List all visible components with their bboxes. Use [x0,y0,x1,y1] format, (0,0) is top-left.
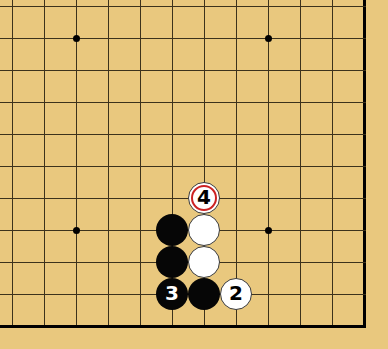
grid-hline [0,198,28,199]
intersection-o8[interactable] [188,86,220,118]
intersection-h2[interactable] [0,278,28,310]
intersection-l2[interactable] [92,278,124,310]
grid-hline [252,70,284,71]
grid-hline [156,198,188,199]
grid-hline [348,230,366,231]
intersection-l3[interactable] [92,246,124,278]
intersection-m1[interactable] [124,310,156,342]
intersection-n3[interactable] [156,246,188,278]
grid-hline [156,102,188,103]
intersection-o10[interactable] [188,22,220,54]
stone-black-n2: 3 [156,278,188,310]
intersection-j1[interactable] [28,310,60,342]
intersection-t8[interactable] [348,86,380,118]
grid-hline [348,262,366,263]
grid-vline [363,0,366,22]
grid-hline [124,262,156,263]
intersection-r4[interactable] [284,214,316,246]
grid-hline [124,230,156,231]
intersection-r10[interactable] [284,22,316,54]
grid-hline [284,166,316,167]
grid-hline [316,38,348,39]
intersection-n10[interactable] [156,22,188,54]
grid-hline [220,230,252,231]
intersection-t1[interactable] [348,310,380,342]
grid-vline [268,0,269,22]
grid-vline [76,0,77,22]
grid-hline [60,70,92,71]
grid-hline [0,294,28,295]
grid-hline [316,134,348,135]
grid-hline [316,6,348,7]
intersection-h8[interactable] [0,86,28,118]
intersection-n6[interactable] [156,150,188,182]
grid-hline [284,262,316,263]
intersection-m6[interactable] [124,150,156,182]
intersection-o6[interactable] [188,150,220,182]
grid-hline [60,262,92,263]
grid-hline [252,325,284,328]
grid-hline [0,134,28,135]
intersection-o7[interactable] [188,118,220,150]
grid-hline [348,70,366,71]
grid-hline [0,102,28,103]
intersection-l6[interactable] [92,150,124,182]
grid-hline [124,134,156,135]
intersection-m3[interactable] [124,246,156,278]
grid-hline [28,6,60,7]
grid-hline [188,102,220,103]
grid-hline [188,166,220,167]
intersection-l5[interactable] [92,182,124,214]
grid-hline [348,38,366,39]
intersection-r8[interactable] [284,86,316,118]
intersection-l4[interactable] [92,214,124,246]
grid-hline [316,262,348,263]
grid-hline [124,70,156,71]
grid-hline [220,102,252,103]
stone-white-o5: 4 [188,182,220,214]
move-number: 2 [229,283,243,303]
grid-hline [220,70,252,71]
grid-hline [284,230,316,231]
grid-vline [44,0,45,22]
intersection-s8[interactable] [316,86,348,118]
intersection-o4[interactable] [188,214,220,246]
grid-hline [0,325,28,328]
intersection-t6[interactable] [348,150,380,182]
grid-hline [156,6,188,7]
intersection-s7[interactable] [316,118,348,150]
grid-hline [316,294,348,295]
grid-hline [252,262,284,263]
grid-hline [284,70,316,71]
intersection-j2[interactable] [28,278,60,310]
grid-hline [92,262,124,263]
grid-hline [316,102,348,103]
grid-hline [156,70,188,71]
grid-hline [28,134,60,135]
intersection-o2[interactable] [188,278,220,310]
intersection-m9[interactable] [124,54,156,86]
stone-white-p2: 2 [220,278,252,310]
star-point-q10 [265,35,272,42]
intersection-h5[interactable] [0,182,28,214]
grid-hline [188,70,220,71]
intersection-n2[interactable]: 3 [156,278,188,310]
intersection-p5[interactable] [220,182,252,214]
grid-hline [252,134,284,135]
grid-hline [188,134,220,135]
grid-hline [220,262,252,263]
grid-hline [284,6,316,7]
intersection-j9[interactable] [28,54,60,86]
grid-hline [124,166,156,167]
grid-hline [156,38,188,39]
intersection-j10[interactable] [28,22,60,54]
grid-hline [0,166,28,167]
intersection-o9[interactable] [188,54,220,86]
intersection-r5[interactable] [284,182,316,214]
grid-hline [28,70,60,71]
intersection-n7[interactable] [156,118,188,150]
grid-hline [28,38,60,39]
intersection-j7[interactable] [28,118,60,150]
intersection-o1[interactable] [188,310,220,342]
intersection-m4[interactable] [124,214,156,246]
grid-hline [284,325,316,328]
grid-vline [236,0,237,22]
grid-hline [220,6,252,7]
intersection-o5[interactable]: 4 [188,182,220,214]
grid-hline [60,102,92,103]
grid-hline [348,6,366,7]
grid-hline [60,294,92,295]
intersection-p11[interactable] [220,0,252,22]
move-number: 4 [197,187,211,207]
intersection-p8[interactable] [220,86,252,118]
star-point-q4 [265,227,272,234]
intersection-l1[interactable] [92,310,124,342]
grid-hline [188,325,220,328]
intersection-k11[interactable] [60,0,92,22]
grid-hline [0,6,28,7]
intersection-n1[interactable] [156,310,188,342]
grid-hline [188,38,220,39]
star-point-k4 [73,227,80,234]
grid-vline [332,0,333,22]
intersection-p6[interactable] [220,150,252,182]
grid-hline [252,198,284,199]
intersection-h1[interactable] [0,310,28,342]
intersection-s5[interactable] [316,182,348,214]
intersection-t2[interactable] [348,278,380,310]
grid-hline [0,230,28,231]
intersection-t4[interactable] [348,214,380,246]
grid-hline [28,102,60,103]
intersection-k8[interactable] [60,86,92,118]
intersection-s6[interactable] [316,150,348,182]
grid-hline [60,198,92,199]
grid-hline [0,70,28,71]
grid-hline [188,6,220,7]
grid-hline [348,102,366,103]
grid-hline [220,325,252,328]
grid-hline [60,325,92,328]
grid-hline [316,230,348,231]
grid-hline [92,325,124,328]
intersection-k1[interactable] [60,310,92,342]
stone-white-o3 [188,246,220,278]
grid-hline [220,134,252,135]
grid-hline [92,198,124,199]
intersection-k5[interactable] [60,182,92,214]
intersection-r2[interactable] [284,278,316,310]
grid-hline [252,6,284,7]
intersection-t9[interactable] [348,54,380,86]
intersection-h7[interactable] [0,118,28,150]
intersection-n4[interactable] [156,214,188,246]
grid-hline [220,166,252,167]
grid-hline [92,38,124,39]
grid-hline [348,325,366,328]
intersection-q8[interactable] [252,86,284,118]
intersection-m7[interactable] [124,118,156,150]
grid-vline [12,0,13,22]
grid-hline [316,70,348,71]
grid-hline [92,6,124,7]
intersection-s2[interactable] [316,278,348,310]
grid-hline [316,198,348,199]
grid-hline [284,102,316,103]
intersection-h3[interactable] [0,246,28,278]
intersection-m10[interactable] [124,22,156,54]
intersection-o3[interactable] [188,246,220,278]
intersection-m11[interactable] [124,0,156,22]
intersection-q6[interactable] [252,150,284,182]
grid-hline [156,325,188,328]
grid-vline [204,0,205,22]
grid-hline [28,198,60,199]
intersection-r1[interactable] [284,310,316,342]
grid-hline [124,102,156,103]
grid-hline [28,294,60,295]
intersection-k10[interactable] [60,22,92,54]
grid-hline [124,6,156,7]
intersection-k7[interactable] [60,118,92,150]
grid-hline [284,134,316,135]
intersection-r11[interactable] [284,0,316,22]
intersection-j4[interactable] [28,214,60,246]
go-board-grid: 432 [0,0,380,342]
grid-hline [0,262,28,263]
intersection-n5[interactable] [156,182,188,214]
grid-hline [220,38,252,39]
intersection-t5[interactable] [348,182,380,214]
intersection-q1[interactable] [252,310,284,342]
intersection-s4[interactable] [316,214,348,246]
grid-hline [92,134,124,135]
intersection-q4[interactable] [252,214,284,246]
grid-hline [28,325,60,328]
intersection-k4[interactable] [60,214,92,246]
star-point-k10 [73,35,80,42]
grid-hline [0,38,28,39]
intersection-l10[interactable] [92,22,124,54]
intersection-h6[interactable] [0,150,28,182]
intersection-m8[interactable] [124,86,156,118]
intersection-q11[interactable] [252,0,284,22]
grid-hline [28,262,60,263]
intersection-s3[interactable] [316,246,348,278]
grid-hline [60,166,92,167]
stone-white-o4 [188,214,220,246]
grid-hline [348,294,366,295]
intersection-j5[interactable] [28,182,60,214]
intersection-p7[interactable] [220,118,252,150]
grid-hline [124,294,156,295]
intersection-q7[interactable] [252,118,284,150]
intersection-q9[interactable] [252,54,284,86]
intersection-p9[interactable] [220,54,252,86]
stone-black-n4 [156,214,188,246]
go-board-diagram: 432 [0,0,388,349]
intersection-j6[interactable] [28,150,60,182]
intersection-p4[interactable] [220,214,252,246]
intersection-k9[interactable] [60,54,92,86]
grid-hline [92,230,124,231]
intersection-s1[interactable] [316,310,348,342]
intersection-t11[interactable] [348,0,380,22]
intersection-m2[interactable] [124,278,156,310]
intersection-k3[interactable] [60,246,92,278]
grid-hline [60,6,92,7]
intersection-p10[interactable] [220,22,252,54]
intersection-n11[interactable] [156,0,188,22]
stone-black-o2 [188,278,220,310]
grid-hline [124,198,156,199]
intersection-r6[interactable] [284,150,316,182]
intersection-j8[interactable] [28,86,60,118]
grid-hline [156,134,188,135]
intersection-p3[interactable] [220,246,252,278]
intersection-s11[interactable] [316,0,348,22]
grid-hline [92,166,124,167]
intersection-l9[interactable] [92,54,124,86]
intersection-s10[interactable] [316,22,348,54]
intersection-r3[interactable] [284,246,316,278]
intersection-q2[interactable] [252,278,284,310]
grid-hline [348,166,366,167]
intersection-k6[interactable] [60,150,92,182]
intersection-r9[interactable] [284,54,316,86]
intersection-l11[interactable] [92,0,124,22]
move-number: 3 [165,283,179,303]
intersection-m5[interactable] [124,182,156,214]
grid-vline [172,0,173,22]
intersection-l8[interactable] [92,86,124,118]
intersection-l7[interactable] [92,118,124,150]
grid-hline [348,198,366,199]
intersection-n9[interactable] [156,54,188,86]
grid-hline [60,134,92,135]
intersection-j3[interactable] [28,246,60,278]
grid-hline [124,325,156,328]
grid-hline [284,198,316,199]
grid-hline [284,38,316,39]
intersection-n8[interactable] [156,86,188,118]
intersection-q5[interactable] [252,182,284,214]
intersection-t7[interactable] [348,118,380,150]
stone-black-n3 [156,246,188,278]
intersection-j11[interactable] [28,0,60,22]
grid-hline [252,294,284,295]
grid-hline [316,166,348,167]
intersection-q3[interactable] [252,246,284,278]
grid-hline [220,198,252,199]
intersection-p1[interactable] [220,310,252,342]
grid-vline [300,0,301,22]
grid-hline [252,102,284,103]
grid-hline [252,166,284,167]
grid-hline [348,134,366,135]
intersection-h10[interactable] [0,22,28,54]
intersection-h4[interactable] [0,214,28,246]
grid-hline [92,70,124,71]
intersection-o11[interactable] [188,0,220,22]
grid-vline [140,0,141,22]
grid-hline [156,166,188,167]
intersection-r7[interactable] [284,118,316,150]
grid-vline [108,0,109,22]
intersection-q10[interactable] [252,22,284,54]
grid-hline [124,38,156,39]
intersection-t10[interactable] [348,22,380,54]
intersection-h11[interactable] [0,0,28,22]
intersection-h9[interactable] [0,54,28,86]
intersection-k2[interactable] [60,278,92,310]
grid-hline [316,325,348,328]
intersection-t3[interactable] [348,246,380,278]
grid-hline [92,294,124,295]
intersection-p2[interactable]: 2 [220,278,252,310]
grid-hline [28,230,60,231]
grid-hline [28,166,60,167]
grid-hline [92,102,124,103]
grid-hline [284,294,316,295]
intersection-s9[interactable] [316,54,348,86]
